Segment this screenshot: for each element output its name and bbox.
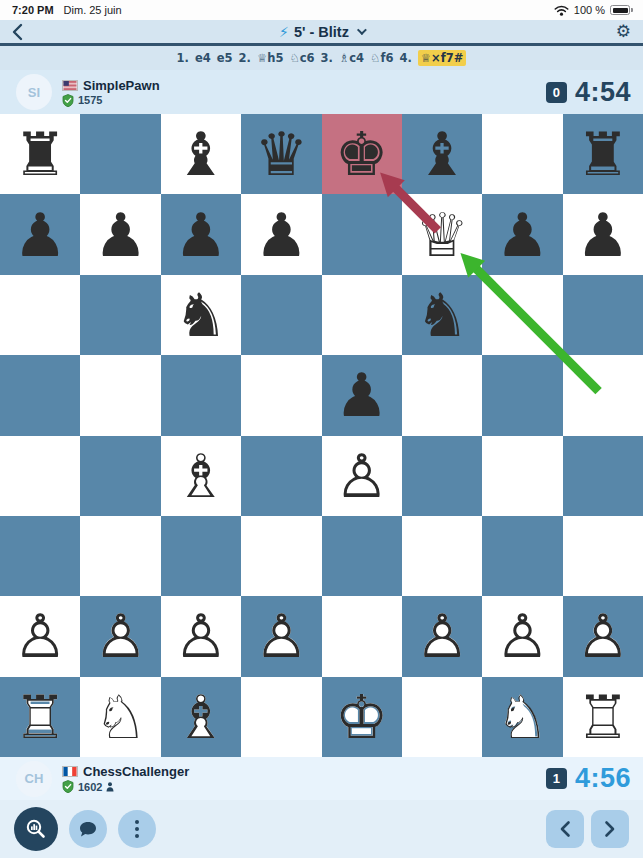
status-time: 7:20 PM (12, 4, 54, 16)
piece-black-pawn-g7[interactable]: ♟ (482, 194, 562, 274)
piece-white-pawn-e4-outline: ♙ (322, 436, 402, 516)
clock-bottom: 4:56 (575, 763, 631, 794)
square-g1[interactable]: ♞♘ (482, 677, 562, 757)
piece-white-bishop-c1-outline: ♗ (161, 677, 241, 757)
piece-black-pawn-d7[interactable]: ♟ (241, 194, 321, 274)
square-g6[interactable] (482, 275, 562, 355)
game-title: 5' - Blitz (294, 24, 349, 40)
square-b5[interactable] (80, 355, 160, 435)
chess-board: ♜♝♛♚♝♜♟♟♟♟♛♕♟♟♞♞♟♝♗♟♙♟♙♟♙♟♙♟♙♟♙♟♙♟♙♜♖♞♘♝… (0, 114, 643, 757)
square-f8[interactable]: ♝ (402, 114, 482, 194)
move-token[interactable]: 2. (239, 51, 251, 65)
square-h7[interactable]: ♟ (563, 194, 643, 274)
move-token[interactable]: ♕h5 (257, 51, 284, 65)
square-g4[interactable] (482, 436, 562, 516)
player-bar-top: SI SimplePawn 1575 0 4:54 (0, 70, 643, 114)
player-rating-bottom: 1602 (78, 781, 102, 793)
piece-black-rook-a8[interactable]: ♜ (0, 114, 80, 194)
piece-black-bishop-f8[interactable]: ♝ (402, 114, 482, 194)
player-name-bottom[interactable]: ChessChallenger (83, 764, 189, 779)
lightning-bolt-icon: ⚡ (279, 25, 289, 39)
square-g3[interactable] (482, 516, 562, 596)
move-token[interactable]: ♗c4 (339, 51, 364, 65)
square-f2[interactable]: ♟♙ (402, 596, 482, 676)
piece-white-rook-a1-outline: ♖ (0, 677, 80, 757)
square-g8[interactable] (482, 114, 562, 194)
menu-button[interactable] (118, 810, 156, 848)
square-a7[interactable]: ♟ (0, 194, 80, 274)
square-b2[interactable]: ♟♙ (80, 596, 160, 676)
wifi-icon (554, 5, 569, 16)
status-date: Dim. 25 juin (64, 4, 122, 16)
piece-black-queen-d8[interactable]: ♛ (241, 114, 321, 194)
piece-white-king-e1-outline: ♔ (322, 677, 402, 757)
piece-black-king-e8[interactable]: ♚ (322, 114, 402, 194)
square-d2[interactable]: ♟♙ (241, 596, 321, 676)
square-b3[interactable] (80, 516, 160, 596)
square-f5[interactable] (402, 355, 482, 435)
square-c1[interactable]: ♝♗ (161, 677, 241, 757)
square-c8[interactable]: ♝ (161, 114, 241, 194)
back-icon[interactable] (12, 22, 32, 42)
square-d7[interactable]: ♟ (241, 194, 321, 274)
piece-black-pawn-c7[interactable]: ♟ (161, 194, 241, 274)
material-badge-bottom: 1 (546, 768, 567, 789)
move-list: 1.e4e52.♕h5♘c63.♗c4♘f64.♕×f7# (0, 46, 643, 70)
square-d6[interactable] (241, 275, 321, 355)
piece-black-knight-c6[interactable]: ♞ (161, 275, 241, 355)
square-f3[interactable] (402, 516, 482, 596)
piece-black-bishop-c8[interactable]: ♝ (161, 114, 241, 194)
square-h8[interactable]: ♜ (563, 114, 643, 194)
square-b8[interactable] (80, 114, 160, 194)
square-c3[interactable] (161, 516, 241, 596)
square-d5[interactable] (241, 355, 321, 435)
square-f1[interactable] (402, 677, 482, 757)
piece-white-pawn-c2-outline: ♙ (161, 596, 241, 676)
square-h3[interactable] (563, 516, 643, 596)
chevron-left-icon (559, 820, 571, 838)
piece-white-pawn-g2-outline: ♙ (482, 596, 562, 676)
gear-icon[interactable]: ⚙ (616, 21, 631, 41)
avatar[interactable]: SI (16, 74, 52, 110)
shield-check-icon (62, 780, 74, 793)
bottom-toolbar (0, 800, 643, 858)
piece-white-pawn-h2-outline: ♙ (563, 596, 643, 676)
square-e8[interactable]: ♚ (322, 114, 402, 194)
move-token[interactable]: e5 (217, 51, 233, 65)
piece-black-knight-f6[interactable]: ♞ (402, 275, 482, 355)
status-bar: 7:20 PM Dim. 25 juin 100 % (0, 0, 643, 20)
piece-white-knight-g1-outline: ♘ (482, 677, 562, 757)
square-h2[interactable]: ♟♙ (563, 596, 643, 676)
square-a3[interactable] (0, 516, 80, 596)
piece-white-pawn-f2-outline: ♙ (402, 596, 482, 676)
square-g2[interactable]: ♟♙ (482, 596, 562, 676)
square-c6[interactable]: ♞ (161, 275, 241, 355)
piece-white-pawn-a2-outline: ♙ (0, 596, 80, 676)
square-a1[interactable]: ♜♖ (0, 677, 80, 757)
avatar[interactable]: CH (16, 761, 52, 797)
square-a6[interactable] (0, 275, 80, 355)
chat-bubble-icon (79, 821, 97, 838)
square-h5[interactable] (563, 355, 643, 435)
piece-white-rook-h1-outline: ♖ (563, 677, 643, 757)
player-rating-top: 1575 (78, 94, 102, 106)
square-a2[interactable]: ♟♙ (0, 596, 80, 676)
square-c5[interactable] (161, 355, 241, 435)
square-d8[interactable]: ♛ (241, 114, 321, 194)
square-c2[interactable]: ♟♙ (161, 596, 241, 676)
player-bar-bottom: CH ChessChallenger 1602 1 4:56 (0, 757, 643, 800)
square-e1[interactable]: ♚♔ (322, 677, 402, 757)
square-b4[interactable] (80, 436, 160, 516)
square-f7[interactable]: ♛♕ (402, 194, 482, 274)
chat-button[interactable] (69, 810, 107, 848)
battery-icon (610, 5, 633, 15)
square-h4[interactable] (563, 436, 643, 516)
piece-white-pawn-d2-outline: ♙ (241, 596, 321, 676)
chevron-right-icon (604, 820, 616, 838)
user-icon (106, 782, 114, 792)
shield-check-icon (62, 94, 74, 107)
square-d3[interactable] (241, 516, 321, 596)
game-title-group[interactable]: ⚡ 5' - Blitz (279, 24, 364, 40)
move-token[interactable]: 3. (321, 51, 333, 65)
piece-white-pawn-b2-outline: ♙ (80, 596, 160, 676)
move-token[interactable]: ♘c6 (289, 51, 314, 65)
magnifier-chart-icon (25, 818, 47, 840)
square-e7[interactable] (322, 194, 402, 274)
piece-black-pawn-a7[interactable]: ♟ (0, 194, 80, 274)
square-f4[interactable] (402, 436, 482, 516)
square-a8[interactable]: ♜ (0, 114, 80, 194)
square-a4[interactable] (0, 436, 80, 516)
move-token[interactable]: 4. (399, 51, 411, 65)
chess-app: 7:20 PM Dim. 25 juin 100 % ⚡ 5' - Blitz … (0, 0, 643, 858)
player-name-top[interactable]: SimplePawn (83, 78, 160, 93)
move-token[interactable]: e4 (195, 51, 211, 65)
move-token[interactable]: 1. (177, 51, 189, 65)
square-g7[interactable]: ♟ (482, 194, 562, 274)
piece-black-rook-h8[interactable]: ♜ (563, 114, 643, 194)
square-h6[interactable] (563, 275, 643, 355)
move-token[interactable]: ♘f6 (370, 51, 393, 65)
battery-percent: 100 % (574, 4, 605, 16)
square-b1[interactable]: ♞♘ (80, 677, 160, 757)
square-e3[interactable] (322, 516, 402, 596)
analysis-button[interactable] (14, 807, 58, 851)
clock-top: 4:54 (575, 77, 631, 108)
square-e2[interactable] (322, 596, 402, 676)
square-c7[interactable]: ♟ (161, 194, 241, 274)
piece-black-pawn-h7[interactable]: ♟ (563, 194, 643, 274)
square-a5[interactable] (0, 355, 80, 435)
us-flag-icon (62, 80, 78, 91)
square-e4[interactable]: ♟♙ (322, 436, 402, 516)
material-badge-top: 0 (546, 82, 567, 103)
move-token-highlighted[interactable]: ♕×f7# (418, 50, 467, 66)
square-d4[interactable] (241, 436, 321, 516)
square-g5[interactable] (482, 355, 562, 435)
piece-white-knight-b1-outline: ♘ (80, 677, 160, 757)
piece-white-queen-f7-outline: ♕ (402, 194, 482, 274)
square-e6[interactable] (322, 275, 402, 355)
square-f6[interactable]: ♞ (402, 275, 482, 355)
piece-black-pawn-e5[interactable]: ♟ (322, 355, 402, 435)
square-b7[interactable]: ♟ (80, 194, 160, 274)
kebab-menu-icon (134, 819, 140, 839)
square-c4[interactable]: ♝♗ (161, 436, 241, 516)
chevron-down-icon (357, 25, 367, 35)
square-d1[interactable] (241, 677, 321, 757)
square-b6[interactable] (80, 275, 160, 355)
square-e5[interactable]: ♟ (322, 355, 402, 435)
back-move-button[interactable] (546, 810, 584, 848)
piece-white-bishop-c4-outline: ♗ (161, 436, 241, 516)
nav-bar: ⚡ 5' - Blitz ⚙ (0, 20, 643, 43)
forward-move-button[interactable] (591, 810, 629, 848)
square-h1[interactable]: ♜♖ (563, 677, 643, 757)
piece-black-pawn-b7[interactable]: ♟ (80, 194, 160, 274)
fr-flag-icon (62, 766, 78, 777)
